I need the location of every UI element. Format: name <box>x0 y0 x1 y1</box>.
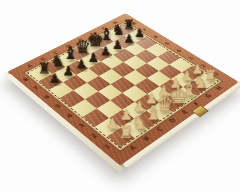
product-photo-scene: 87654321 87654321 ABCDEFGH ABCDEFGH ♜♞♝♛… <box>0 0 240 192</box>
piece-black-pawn[interactable]: ♟ <box>46 71 63 84</box>
board-grid: ♜♞♝♛♚♝♞♜♟♟♟♟♟♟♟♟♟♟♟♟♟♟♟♟♜♞♝♛♚♝♞♜ <box>27 23 219 149</box>
piece-white-rook[interactable]: ♜ <box>116 124 135 141</box>
chessboard: 87654321 87654321 ABCDEFGH ABCDEFGH ♜♞♝♛… <box>7 13 239 166</box>
